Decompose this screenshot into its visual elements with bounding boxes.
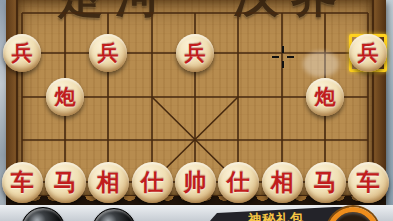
piece-label: 相 (271, 171, 294, 194)
piece-label: 马 (54, 171, 77, 194)
piece-label: 相 (97, 171, 120, 194)
pawn-piece[interactable]: 兵 (176, 34, 214, 72)
piece-label: 车 (11, 171, 34, 194)
piece-label: 兵 (358, 43, 379, 64)
piece-label: 仕 (227, 171, 250, 194)
piece-label: 炮 (315, 87, 336, 108)
cannon-piece[interactable]: 炮 (46, 78, 84, 116)
general-piece[interactable]: 帅 (175, 162, 216, 203)
piece-label: 兵 (12, 43, 33, 64)
rook-piece[interactable]: 车 (2, 162, 43, 203)
cannon-piece[interactable]: 炮 (306, 78, 344, 116)
crosshair-cursor (272, 46, 294, 68)
piece-label: 仕 (141, 171, 164, 194)
advisor-piece[interactable]: 仕 (132, 162, 173, 203)
piece-label: 炮 (55, 87, 76, 108)
pawn-piece[interactable]: 兵 (3, 34, 41, 72)
elephant-piece[interactable]: 相 (88, 162, 129, 203)
rook-piece[interactable]: 车 (348, 162, 389, 203)
horse-piece[interactable]: 马 (305, 162, 346, 203)
pawn-piece[interactable]: 兵 (349, 34, 387, 72)
piece-label: 兵 (185, 43, 206, 64)
promo-banner-text: 神秘礼包 (248, 209, 304, 221)
piece-label: 帅 (184, 171, 207, 194)
screenshot-stage: 楚河 汉界 兵兵兵兵炮炮车马相仕帅仕相马车 神秘礼包 (0, 0, 393, 221)
piece-label: 兵 (98, 43, 119, 64)
pawn-piece[interactable]: 兵 (89, 34, 127, 72)
elephant-piece[interactable]: 相 (262, 162, 303, 203)
horse-piece[interactable]: 马 (45, 162, 86, 203)
advisor-piece[interactable]: 仕 (218, 162, 259, 203)
piece-label: 车 (357, 171, 380, 194)
piece-label: 马 (314, 171, 337, 194)
glow-effect (303, 51, 339, 77)
